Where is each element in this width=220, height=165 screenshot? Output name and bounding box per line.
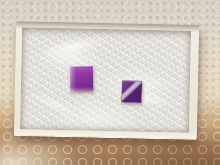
cotton-fiber-wisp bbox=[26, 87, 82, 123]
cotton-fiber-wisp bbox=[39, 31, 111, 62]
photo bbox=[0, 0, 220, 165]
cotton-filling bbox=[20, 27, 191, 133]
left-stud-earring bbox=[70, 66, 93, 91]
jewelry-box bbox=[14, 21, 199, 140]
right-stud-earring bbox=[121, 80, 142, 103]
